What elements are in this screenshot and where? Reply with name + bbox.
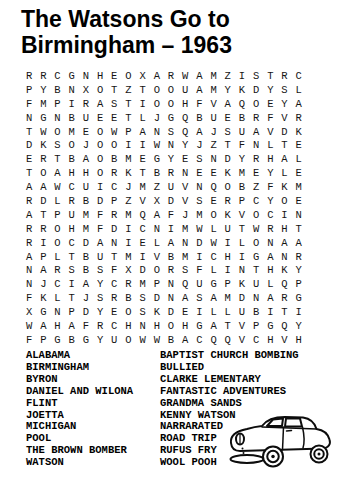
grid-cell-r7c15[interactable]: D [221,152,235,166]
grid-cell-r14c11[interactable]: B [164,250,178,264]
grid-cell-r17c16[interactable]: D [235,291,249,305]
grid-cell-r17c15[interactable]: M [221,291,235,305]
grid-cell-r2c8[interactable]: Z [121,83,135,97]
grid-cell-r8c18[interactable]: Y [263,166,277,180]
grid-cell-r20c18[interactable]: H [263,333,277,347]
grid-cell-r2c16[interactable]: K [235,83,249,97]
grid-cell-r12c17[interactable]: W [249,222,263,236]
grid-cell-r4c20[interactable]: R [292,111,306,125]
grid-cell-r13c19[interactable]: A [277,236,291,250]
grid-cell-r13c11[interactable]: A [164,236,178,250]
grid-cell-r3c10[interactable]: O [150,97,164,111]
grid-cell-r4c4[interactable]: B [65,111,79,125]
grid-cell-r6c4[interactable]: O [65,138,79,152]
grid-cell-r3c9[interactable]: I [136,97,150,111]
grid-cell-r11c18[interactable]: C [263,208,277,222]
grid-cell-r11c12[interactable]: J [178,208,192,222]
grid-cell-r1c6[interactable]: H [93,69,107,83]
grid-cell-r9c16[interactable]: B [235,180,249,194]
grid-cell-r1c20[interactable]: C [292,69,306,83]
grid-cell-r2c20[interactable]: L [292,83,306,97]
grid-cell-r20c11[interactable]: B [164,333,178,347]
grid-cell-r5c3[interactable]: O [50,125,64,139]
grid-cell-r5c12[interactable]: Q [178,125,192,139]
grid-cell-r3c11[interactable]: O [164,97,178,111]
grid-cell-r6c8[interactable]: I [121,138,135,152]
grid-cell-r19c6[interactable]: R [93,319,107,333]
grid-cell-r20c16[interactable]: V [235,333,249,347]
grid-cell-r7c11[interactable]: Y [164,152,178,166]
grid-cell-r14c12[interactable]: M [178,250,192,264]
grid-cell-r17c20[interactable]: G [292,291,306,305]
grid-cell-r3c5[interactable]: R [79,97,93,111]
grid-cell-r19c8[interactable]: H [121,319,135,333]
grid-cell-r11c8[interactable]: M [121,208,135,222]
grid-cell-r9c7[interactable]: C [107,180,121,194]
grid-cell-r16c10[interactable]: P [150,277,164,291]
grid-cell-r4c18[interactable]: F [263,111,277,125]
grid-cell-r1c1[interactable]: R [22,69,36,83]
grid-cell-r5c18[interactable]: V [263,125,277,139]
grid-cell-r11c10[interactable]: A [150,208,164,222]
grid-cell-r11c17[interactable]: O [249,208,263,222]
grid-cell-r19c16[interactable]: V [235,319,249,333]
grid-cell-r12c12[interactable]: M [178,222,192,236]
grid-cell-r10c12[interactable]: V [178,194,192,208]
grid-cell-r13c2[interactable]: I [36,236,50,250]
grid-cell-r14c5[interactable]: B [79,250,93,264]
grid-cell-r15c10[interactable]: O [150,263,164,277]
grid-cell-r10c13[interactable]: S [192,194,206,208]
grid-cell-r1c3[interactable]: C [50,69,64,83]
grid-cell-r20c12[interactable]: A [178,333,192,347]
grid-cell-r2c5[interactable]: X [79,83,93,97]
grid-cell-r12c7[interactable]: D [107,222,121,236]
grid-cell-r1c11[interactable]: R [164,69,178,83]
grid-cell-r16c3[interactable]: C [50,277,64,291]
grid-cell-r16c1[interactable]: N [22,277,36,291]
grid-cell-r10c19[interactable]: O [277,194,291,208]
grid-cell-r14c14[interactable]: C [206,250,220,264]
grid-cell-r1c13[interactable]: A [192,69,206,83]
grid-cell-r18c17[interactable]: B [249,305,263,319]
grid-cell-r8c4[interactable]: H [65,166,79,180]
grid-cell-r3c15[interactable]: A [221,97,235,111]
grid-cell-r1c16[interactable]: I [235,69,249,83]
grid-cell-r5c15[interactable]: S [221,125,235,139]
grid-cell-r14c9[interactable]: I [136,250,150,264]
grid-cell-r10c9[interactable]: V [136,194,150,208]
grid-cell-r9c6[interactable]: I [93,180,107,194]
grid-cell-r3c2[interactable]: M [36,97,50,111]
grid-cell-r8c13[interactable]: E [192,166,206,180]
grid-cell-r10c3[interactable]: L [50,194,64,208]
grid-cell-r2c10[interactable]: O [150,83,164,97]
grid-cell-r13c17[interactable]: O [249,236,263,250]
grid-cell-r17c12[interactable]: A [178,291,192,305]
grid-cell-r9c9[interactable]: M [136,180,150,194]
grid-cell-r10c16[interactable]: P [235,194,249,208]
grid-cell-r19c1[interactable]: W [22,319,36,333]
grid-cell-r18c9[interactable]: S [136,305,150,319]
grid-cell-r2c14[interactable]: M [206,83,220,97]
grid-cell-r2c19[interactable]: S [277,83,291,97]
grid-cell-r10c14[interactable]: E [206,194,220,208]
grid-cell-r1c14[interactable]: M [206,69,220,83]
grid-cell-r6c19[interactable]: T [277,138,291,152]
grid-cell-r20c14[interactable]: Q [206,333,220,347]
grid-cell-r2c13[interactable]: A [192,83,206,97]
grid-cell-r15c14[interactable]: L [206,263,220,277]
grid-cell-r13c1[interactable]: R [22,236,36,250]
grid-cell-r5c17[interactable]: A [249,125,263,139]
grid-cell-r11c7[interactable]: R [107,208,121,222]
grid-cell-r14c1[interactable]: A [22,250,36,264]
grid-cell-r2c1[interactable]: P [22,83,36,97]
grid-cell-r14c8[interactable]: M [121,250,135,264]
grid-cell-r3c12[interactable]: H [178,97,192,111]
grid-cell-r15c19[interactable]: K [277,263,291,277]
grid-cell-r4c7[interactable]: E [107,111,121,125]
grid-cell-r1c19[interactable]: R [277,69,291,83]
grid-cell-r20c2[interactable]: P [36,333,50,347]
grid-cell-r6c13[interactable]: J [192,138,206,152]
grid-cell-r15c8[interactable]: X [121,263,135,277]
grid-cell-r10c20[interactable]: E [292,194,306,208]
grid-cell-r3c14[interactable]: V [206,97,220,111]
grid-cell-r15c1[interactable]: N [22,263,36,277]
grid-cell-r8c2[interactable]: O [36,166,50,180]
grid-cell-r5c8[interactable]: P [121,125,135,139]
grid-cell-r19c19[interactable]: Q [277,319,291,333]
grid-cell-r14c6[interactable]: U [93,250,107,264]
grid-cell-r10c10[interactable]: X [150,194,164,208]
grid-cell-r11c15[interactable]: K [221,208,235,222]
grid-cell-r5c20[interactable]: K [292,125,306,139]
grid-cell-r17c19[interactable]: R [277,291,291,305]
grid-cell-r12c11[interactable]: I [164,222,178,236]
grid-cell-r19c11[interactable]: O [164,319,178,333]
grid-cell-r1c7[interactable]: E [107,69,121,83]
grid-cell-r15c12[interactable]: S [178,263,192,277]
grid-cell-r5c7[interactable]: W [107,125,121,139]
grid-cell-r4c15[interactable]: E [221,111,235,125]
grid-cell-r4c8[interactable]: T [121,111,135,125]
grid-cell-r14c3[interactable]: L [50,250,64,264]
grid-cell-r7c17[interactable]: R [249,152,263,166]
grid-cell-r12c8[interactable]: I [121,222,135,236]
grid-cell-r18c2[interactable]: G [36,305,50,319]
grid-cell-r9c12[interactable]: V [178,180,192,194]
grid-cell-r4c1[interactable]: N [22,111,36,125]
grid-cell-r16c5[interactable]: A [79,277,93,291]
grid-cell-r18c14[interactable]: L [206,305,220,319]
grid-cell-r12c2[interactable]: R [36,222,50,236]
grid-cell-r6c3[interactable]: S [50,138,64,152]
grid-cell-r10c1[interactable]: R [22,194,36,208]
grid-cell-r17c18[interactable]: A [263,291,277,305]
grid-cell-r13c14[interactable]: W [206,236,220,250]
grid-cell-r13c15[interactable]: I [221,236,235,250]
grid-cell-r18c11[interactable]: D [164,305,178,319]
grid-cell-r15c7[interactable]: F [107,263,121,277]
grid-cell-r17c4[interactable]: T [65,291,79,305]
grid-cell-r11c1[interactable]: A [22,208,36,222]
grid-cell-r9c1[interactable]: A [22,180,36,194]
grid-cell-r5c10[interactable]: N [150,125,164,139]
grid-cell-r6c1[interactable]: D [22,138,36,152]
grid-cell-r4c16[interactable]: B [235,111,249,125]
grid-cell-r9c8[interactable]: J [121,180,135,194]
grid-cell-r1c9[interactable]: X [136,69,150,83]
word-search-grid[interactable]: RRCGNHEOXARWAMZISTRCPYBNXOTZTOOUAMYKDYSL… [22,69,306,347]
grid-cell-r15c20[interactable]: Y [292,263,306,277]
grid-cell-r5c14[interactable]: J [206,125,220,139]
grid-cell-r19c7[interactable]: C [107,319,121,333]
grid-cell-r11c2[interactable]: T [36,208,50,222]
grid-cell-r3c4[interactable]: I [65,97,79,111]
grid-cell-r16c20[interactable]: P [292,277,306,291]
grid-cell-r12c10[interactable]: N [150,222,164,236]
grid-cell-r2c4[interactable]: N [65,83,79,97]
grid-cell-r13c3[interactable]: O [50,236,64,250]
grid-cell-r13c12[interactable]: N [178,236,192,250]
grid-cell-r17c14[interactable]: A [206,291,220,305]
grid-cell-r2c11[interactable]: O [164,83,178,97]
grid-cell-r5c19[interactable]: D [277,125,291,139]
grid-cell-r8c12[interactable]: N [178,166,192,180]
grid-cell-r10c5[interactable]: B [79,194,93,208]
grid-cell-r1c5[interactable]: N [79,69,93,83]
grid-cell-r20c6[interactable]: Y [93,333,107,347]
grid-cell-r19c14[interactable]: A [206,319,220,333]
grid-cell-r4c3[interactable]: N [50,111,64,125]
grid-cell-r18c18[interactable]: I [263,305,277,319]
grid-cell-r10c18[interactable]: Y [263,194,277,208]
grid-cell-r8c8[interactable]: K [121,166,135,180]
grid-cell-r3c17[interactable]: O [249,97,263,111]
grid-cell-r17c5[interactable]: J [79,291,93,305]
grid-cell-r20c9[interactable]: W [136,333,150,347]
grid-cell-r4c10[interactable]: J [150,111,164,125]
grid-cell-r8c20[interactable]: E [292,166,306,180]
grid-cell-r14c7[interactable]: T [107,250,121,264]
grid-cell-r18c10[interactable]: K [150,305,164,319]
grid-cell-r16c13[interactable]: U [192,277,206,291]
grid-cell-r20c1[interactable]: F [22,333,36,347]
grid-cell-r9c3[interactable]: W [50,180,64,194]
grid-cell-r8c5[interactable]: H [79,166,93,180]
grid-cell-r6c20[interactable]: E [292,138,306,152]
grid-cell-r13c7[interactable]: N [107,236,121,250]
grid-cell-r12c3[interactable]: O [50,222,64,236]
grid-cell-r8c6[interactable]: O [93,166,107,180]
grid-cell-r15c15[interactable]: I [221,263,235,277]
grid-cell-r19c12[interactable]: H [178,319,192,333]
grid-cell-r17c3[interactable]: L [50,291,64,305]
grid-cell-r2c3[interactable]: B [50,83,64,97]
grid-cell-r8c19[interactable]: L [277,166,291,180]
grid-cell-r17c6[interactable]: S [93,291,107,305]
grid-cell-r11c16[interactable]: V [235,208,249,222]
grid-cell-r12c14[interactable]: L [206,222,220,236]
grid-cell-r8c9[interactable]: T [136,166,150,180]
grid-cell-r9c15[interactable]: O [221,180,235,194]
grid-cell-r4c19[interactable]: V [277,111,291,125]
grid-cell-r16c8[interactable]: R [121,277,135,291]
grid-cell-r1c15[interactable]: Z [221,69,235,83]
grid-cell-r13c5[interactable]: D [79,236,93,250]
grid-cell-r18c13[interactable]: I [192,305,206,319]
grid-cell-r15c2[interactable]: A [36,263,50,277]
grid-cell-r15c17[interactable]: T [249,263,263,277]
grid-cell-r12c5[interactable]: M [79,222,93,236]
grid-cell-r18c16[interactable]: U [235,305,249,319]
grid-cell-r16c19[interactable]: Q [277,277,291,291]
grid-cell-r4c14[interactable]: U [206,111,220,125]
grid-cell-r8c3[interactable]: A [50,166,64,180]
grid-cell-r20c10[interactable]: W [150,333,164,347]
grid-cell-r20c17[interactable]: C [249,333,263,347]
grid-cell-r9c20[interactable]: M [292,180,306,194]
grid-cell-r17c13[interactable]: S [192,291,206,305]
grid-cell-r19c18[interactable]: G [263,319,277,333]
grid-cell-r20c8[interactable]: O [121,333,135,347]
grid-cell-r6c6[interactable]: O [93,138,107,152]
grid-cell-r8c10[interactable]: B [150,166,164,180]
grid-cell-r9c19[interactable]: K [277,180,291,194]
grid-cell-r9c10[interactable]: Z [150,180,164,194]
grid-cell-r7c6[interactable]: O [93,152,107,166]
grid-cell-r3c3[interactable]: P [50,97,64,111]
grid-cell-r17c17[interactable]: N [249,291,263,305]
grid-cell-r13c20[interactable]: A [292,236,306,250]
grid-cell-r14c18[interactable]: A [263,250,277,264]
grid-cell-r13c16[interactable]: L [235,236,249,250]
grid-cell-r8c16[interactable]: M [235,166,249,180]
grid-cell-r3c6[interactable]: A [93,97,107,111]
grid-cell-r7c7[interactable]: B [107,152,121,166]
grid-cell-r6c15[interactable]: T [221,138,235,152]
grid-cell-r16c18[interactable]: L [263,277,277,291]
grid-cell-r3c20[interactable]: A [292,97,306,111]
grid-cell-r19c13[interactable]: G [192,319,206,333]
grid-cell-r5c16[interactable]: U [235,125,249,139]
grid-cell-r12c18[interactable]: R [263,222,277,236]
grid-cell-r3c18[interactable]: E [263,97,277,111]
grid-cell-r14c13[interactable]: I [192,250,206,264]
grid-cell-r7c9[interactable]: E [136,152,150,166]
grid-cell-r20c15[interactable]: Q [221,333,235,347]
grid-cell-r12c16[interactable]: T [235,222,249,236]
grid-cell-r7c1[interactable]: E [22,152,36,166]
grid-cell-r10c17[interactable]: C [249,194,263,208]
grid-cell-r15c3[interactable]: R [50,263,64,277]
grid-cell-r16c16[interactable]: K [235,277,249,291]
grid-cell-r11c19[interactable]: I [277,208,291,222]
grid-cell-r18c6[interactable]: Y [93,305,107,319]
grid-cell-r9c11[interactable]: U [164,180,178,194]
grid-cell-r14c17[interactable]: G [249,250,263,264]
grid-cell-r14c2[interactable]: P [36,250,50,264]
grid-cell-r13c4[interactable]: C [65,236,79,250]
grid-cell-r12c15[interactable]: U [221,222,235,236]
grid-cell-r6c10[interactable]: W [150,138,164,152]
grid-cell-r3c8[interactable]: T [121,97,135,111]
grid-cell-r6c2[interactable]: K [36,138,50,152]
grid-cell-r17c2[interactable]: K [36,291,50,305]
grid-cell-r4c13[interactable]: B [192,111,206,125]
grid-cell-r11c9[interactable]: Q [136,208,150,222]
grid-cell-r8c7[interactable]: R [107,166,121,180]
grid-cell-r10c7[interactable]: P [107,194,121,208]
grid-cell-r10c8[interactable]: Z [121,194,135,208]
grid-cell-r12c1[interactable]: R [22,222,36,236]
grid-cell-r13c13[interactable]: D [192,236,206,250]
grid-cell-r9c5[interactable]: U [79,180,93,194]
grid-cell-r1c4[interactable]: G [65,69,79,83]
grid-cell-r2c2[interactable]: Y [36,83,50,97]
grid-cell-r14c15[interactable]: H [221,250,235,264]
grid-cell-r14c16[interactable]: I [235,250,249,264]
grid-cell-r13c8[interactable]: I [121,236,135,250]
grid-cell-r1c8[interactable]: O [121,69,135,83]
grid-cell-r12c19[interactable]: H [277,222,291,236]
grid-cell-r19c15[interactable]: T [221,319,235,333]
grid-cell-r11c5[interactable]: M [79,208,93,222]
grid-cell-r20c20[interactable]: H [292,333,306,347]
grid-cell-r17c7[interactable]: R [107,291,121,305]
grid-cell-r8c15[interactable]: K [221,166,235,180]
grid-cell-r12c6[interactable]: F [93,222,107,236]
grid-cell-r1c17[interactable]: S [249,69,263,83]
grid-cell-r7c14[interactable]: N [206,152,220,166]
grid-cell-r5c6[interactable]: O [93,125,107,139]
grid-cell-r20c3[interactable]: G [50,333,64,347]
grid-cell-r11c13[interactable]: M [192,208,206,222]
grid-cell-r10c15[interactable]: R [221,194,235,208]
grid-cell-r4c11[interactable]: G [164,111,178,125]
grid-cell-r19c10[interactable]: H [150,319,164,333]
grid-cell-r10c2[interactable]: D [36,194,50,208]
grid-cell-r13c18[interactable]: N [263,236,277,250]
grid-cell-r12c13[interactable]: W [192,222,206,236]
grid-cell-r6c9[interactable]: I [136,138,150,152]
grid-cell-r20c5[interactable]: G [79,333,93,347]
grid-cell-r16c9[interactable]: M [136,277,150,291]
grid-cell-r12c20[interactable]: T [292,222,306,236]
grid-cell-r20c19[interactable]: V [277,333,291,347]
grid-cell-r9c18[interactable]: F [263,180,277,194]
grid-cell-r8c17[interactable]: E [249,166,263,180]
grid-cell-r17c10[interactable]: D [150,291,164,305]
grid-cell-r7c10[interactable]: G [150,152,164,166]
grid-cell-r16c17[interactable]: U [249,277,263,291]
grid-cell-r3c1[interactable]: F [22,97,36,111]
grid-cell-r9c4[interactable]: C [65,180,79,194]
grid-cell-r3c7[interactable]: S [107,97,121,111]
grid-cell-r12c9[interactable]: C [136,222,150,236]
grid-cell-r4c17[interactable]: R [249,111,263,125]
grid-cell-r4c2[interactable]: G [36,111,50,125]
grid-cell-r12c4[interactable]: H [65,222,79,236]
grid-cell-r15c11[interactable]: R [164,263,178,277]
grid-cell-r9c2[interactable]: A [36,180,50,194]
grid-cell-r4c12[interactable]: Q [178,111,192,125]
grid-cell-r7c16[interactable]: Y [235,152,249,166]
grid-cell-r11c3[interactable]: P [50,208,64,222]
grid-cell-r18c5[interactable]: D [79,305,93,319]
